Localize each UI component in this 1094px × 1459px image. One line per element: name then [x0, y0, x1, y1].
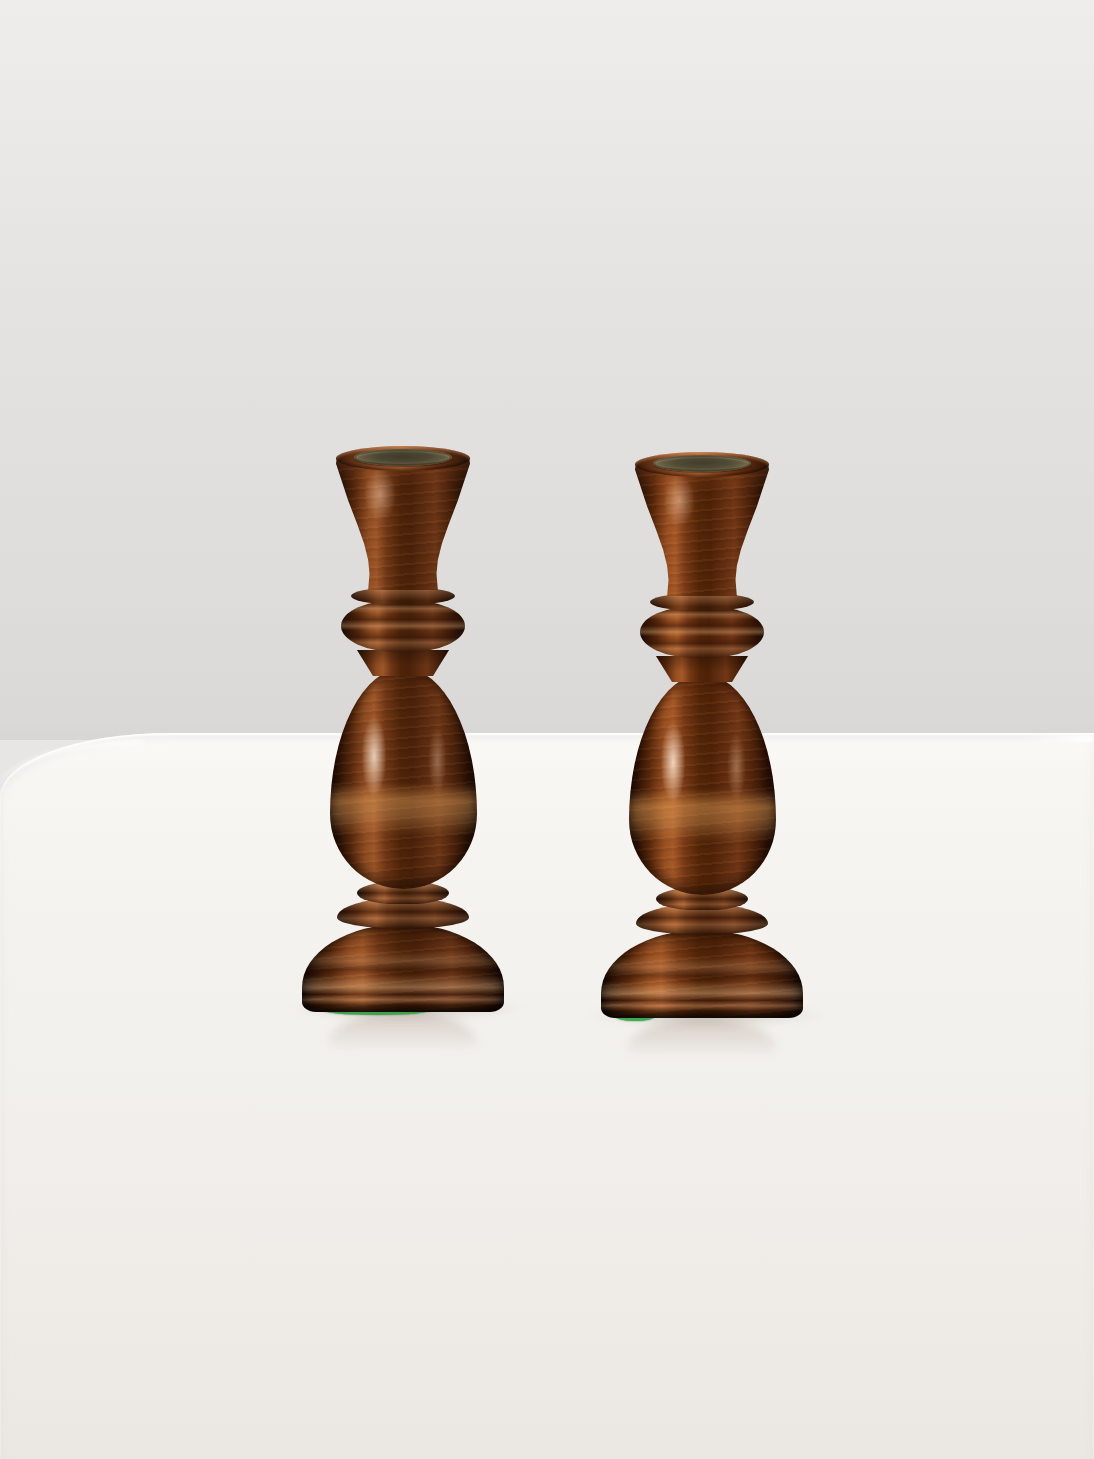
left-neck: [353, 650, 453, 676]
left-baluster-body: [330, 668, 477, 889]
background-wall: [0, 0, 1094, 740]
table-surface: [0, 733, 1094, 1459]
right-base: [601, 930, 803, 1018]
right-brass-insert: [653, 455, 751, 472]
left-knob-ring: [341, 600, 465, 652]
table-corner-highlight: [0, 740, 144, 804]
left-brass-insert: [354, 449, 452, 466]
right-knob-ring: [640, 606, 764, 658]
left-candlestick: [299, 446, 507, 1026]
left-collar-step: [351, 588, 455, 604]
left-base: [302, 924, 504, 1012]
right-neck: [652, 656, 752, 682]
product-photo: [0, 0, 1094, 1459]
left-candle-cup: [336, 454, 470, 590]
right-candlestick: [598, 452, 806, 1032]
right-collar-step: [650, 594, 754, 610]
right-baluster-body: [629, 674, 776, 895]
table-edge-highlight: [1020, 735, 1094, 742]
right-candle-cup: [635, 460, 769, 596]
